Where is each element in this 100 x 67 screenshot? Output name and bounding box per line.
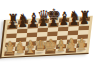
square-h1[interactable]: ♜	[75, 48, 86, 53]
chess-board-frame: ♜♞♝♛♚♝♞♜♟♟♟♟♟♟♟♟♟♟♟♟♟♟♟♟♜♞♝♛♚♝♞♜	[0, 16, 92, 59]
piece-glyph: ♜	[72, 39, 90, 52]
chess-board[interactable]: ♜♞♝♛♚♝♞♜♟♟♟♟♟♟♟♟♟♟♟♟♟♟♟♟♜♞♝♛♚♝♞♜	[4, 17, 90, 56]
chess-set-photo: ♜♞♝♛♚♝♞♜♟♟♟♟♟♟♟♟♟♟♟♟♟♟♟♟♜♞♝♛♚♝♞♜	[0, 0, 100, 67]
piece-glyph: ♟	[75, 15, 93, 26]
